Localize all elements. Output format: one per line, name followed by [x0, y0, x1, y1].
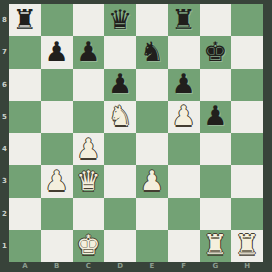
square-f4[interactable]: [168, 133, 200, 165]
rank-label-1: 1: [0, 230, 9, 262]
rank-label-4: 4: [0, 133, 9, 165]
rank-label-7: 7: [0, 36, 9, 68]
square-f6[interactable]: ♟: [168, 69, 200, 101]
square-b6[interactable]: [41, 69, 73, 101]
square-e4[interactable]: [136, 133, 168, 165]
square-a2[interactable]: [9, 198, 41, 230]
white-rook-piece[interactable]: ♜: [235, 231, 259, 258]
file-label-b: B: [41, 262, 73, 272]
file-label-e: E: [136, 262, 168, 272]
square-g6[interactable]: [200, 69, 232, 101]
square-d1[interactable]: [104, 230, 136, 262]
square-h2[interactable]: [231, 198, 263, 230]
black-pawn-piece[interactable]: ♟: [203, 102, 227, 129]
file-label-a: A: [9, 262, 41, 272]
square-d3[interactable]: [104, 165, 136, 197]
square-c3[interactable]: ♛: [73, 165, 105, 197]
square-h7[interactable]: [231, 36, 263, 68]
square-a8[interactable]: ♜: [9, 4, 41, 36]
square-b2[interactable]: [41, 198, 73, 230]
white-pawn-piece[interactable]: ♟: [45, 167, 69, 194]
black-pawn-piece[interactable]: ♟: [108, 70, 132, 97]
square-f7[interactable]: [168, 36, 200, 68]
file-label-c: C: [73, 262, 105, 272]
square-g3[interactable]: [200, 165, 232, 197]
file-label-f: F: [168, 262, 200, 272]
square-b7[interactable]: ♟: [41, 36, 73, 68]
white-pawn-piece[interactable]: ♟: [140, 167, 164, 194]
white-queen-piece[interactable]: ♛: [76, 167, 100, 194]
square-c7[interactable]: ♟: [73, 36, 105, 68]
square-a6[interactable]: [9, 69, 41, 101]
white-king-piece[interactable]: ♚: [76, 231, 100, 258]
square-f3[interactable]: [168, 165, 200, 197]
square-e7[interactable]: ♞: [136, 36, 168, 68]
white-pawn-piece[interactable]: ♟: [76, 135, 100, 162]
black-rook-piece[interactable]: ♜: [13, 6, 37, 33]
square-e3[interactable]: ♟: [136, 165, 168, 197]
square-h4[interactable]: [231, 133, 263, 165]
square-d5[interactable]: ♞: [104, 101, 136, 133]
rank-label-8: 8: [0, 4, 9, 36]
black-pawn-piece[interactable]: ♟: [172, 70, 196, 97]
square-b8[interactable]: [41, 4, 73, 36]
square-a4[interactable]: [9, 133, 41, 165]
square-h5[interactable]: [231, 101, 263, 133]
square-g4[interactable]: [200, 133, 232, 165]
square-c6[interactable]: [73, 69, 105, 101]
square-b3[interactable]: ♟: [41, 165, 73, 197]
file-label-g: G: [200, 262, 232, 272]
square-b5[interactable]: [41, 101, 73, 133]
black-king-piece[interactable]: ♚: [203, 38, 227, 65]
square-d4[interactable]: [104, 133, 136, 165]
square-f1[interactable]: [168, 230, 200, 262]
square-h3[interactable]: [231, 165, 263, 197]
chess-board-frame: ♜♛♜♟♟♞♚♟♟♞♟♟♟♟♛♟♚♜♜ 87654321 ABCDEFGH: [0, 0, 272, 272]
square-f5[interactable]: ♟: [168, 101, 200, 133]
square-b4[interactable]: [41, 133, 73, 165]
square-h8[interactable]: [231, 4, 263, 36]
square-d6[interactable]: ♟: [104, 69, 136, 101]
black-queen-piece[interactable]: ♛: [108, 6, 132, 33]
square-f8[interactable]: ♜: [168, 4, 200, 36]
square-f2[interactable]: [168, 198, 200, 230]
square-e2[interactable]: [136, 198, 168, 230]
square-a5[interactable]: [9, 101, 41, 133]
white-knight-piece[interactable]: ♞: [108, 102, 132, 129]
square-e1[interactable]: [136, 230, 168, 262]
square-e6[interactable]: [136, 69, 168, 101]
square-d8[interactable]: ♛: [104, 4, 136, 36]
rank-label-5: 5: [0, 101, 9, 133]
black-pawn-piece[interactable]: ♟: [76, 38, 100, 65]
square-c4[interactable]: ♟: [73, 133, 105, 165]
square-c5[interactable]: [73, 101, 105, 133]
square-e5[interactable]: [136, 101, 168, 133]
square-a3[interactable]: [9, 165, 41, 197]
chess-board: ♜♛♜♟♟♞♚♟♟♞♟♟♟♟♛♟♚♜♜: [9, 4, 263, 262]
square-c2[interactable]: [73, 198, 105, 230]
square-g7[interactable]: ♚: [200, 36, 232, 68]
white-rook-piece[interactable]: ♜: [203, 231, 227, 258]
rank-label-3: 3: [0, 165, 9, 197]
square-g2[interactable]: [200, 198, 232, 230]
square-g5[interactable]: ♟: [200, 101, 232, 133]
black-pawn-piece[interactable]: ♟: [45, 38, 69, 65]
square-c1[interactable]: ♚: [73, 230, 105, 262]
white-pawn-piece[interactable]: ♟: [172, 102, 196, 129]
rank-label-6: 6: [0, 69, 9, 101]
square-e8[interactable]: [136, 4, 168, 36]
square-h1[interactable]: ♜: [231, 230, 263, 262]
square-c8[interactable]: [73, 4, 105, 36]
file-label-h: H: [231, 262, 263, 272]
square-a7[interactable]: [9, 36, 41, 68]
square-g8[interactable]: [200, 4, 232, 36]
square-b1[interactable]: [41, 230, 73, 262]
square-d7[interactable]: [104, 36, 136, 68]
square-a1[interactable]: [9, 230, 41, 262]
rank-label-2: 2: [0, 198, 9, 230]
black-rook-piece[interactable]: ♜: [172, 6, 196, 33]
file-label-d: D: [104, 262, 136, 272]
square-h6[interactable]: [231, 69, 263, 101]
black-knight-piece[interactable]: ♞: [140, 38, 164, 65]
square-d2[interactable]: [104, 198, 136, 230]
square-g1[interactable]: ♜: [200, 230, 232, 262]
